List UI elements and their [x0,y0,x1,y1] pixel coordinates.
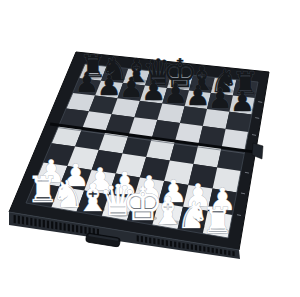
piece-black-pawn-e7[interactable]: ♟ [163,77,188,110]
piece-black-pawn-d7[interactable]: ♟ [141,74,166,107]
piece-black-pawn-g7[interactable]: ♟ [208,82,233,115]
piece-black-pawn-c7[interactable]: ♟ [119,71,144,104]
piece-black-pawn-a7[interactable]: ♟ [75,66,100,99]
piece-black-pawn-h7[interactable]: ♟ [230,85,255,118]
scene-svg: ♜♞♝♛♚♝♞♜♟♟♟♟♟♟♟♟♟♟♟♟♟♟♟♟♜♞♝♛♚♝♞♜ [0,0,300,297]
piece-black-pawn-b7[interactable]: ♟ [97,69,122,102]
piece-black-pawn-f7[interactable]: ♟ [186,79,211,112]
chess-set-photo: ♜♞♝♛♚♝♞♜♟♟♟♟♟♟♟♟♟♟♟♟♟♟♟♟♜♞♝♛♚♝♞♜ [0,0,300,297]
piece-white-rook-h1[interactable]: ♜ [202,200,234,241]
